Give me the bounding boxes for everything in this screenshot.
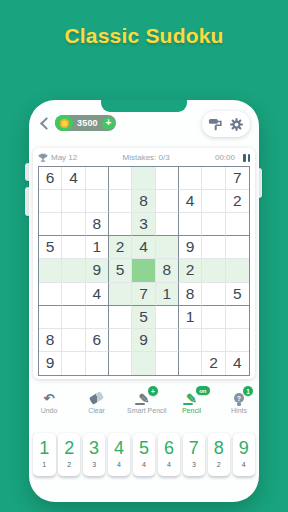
cell-r3c6[interactable] (156, 213, 179, 236)
cell-r1c8[interactable] (202, 167, 225, 190)
numpad-key-1[interactable]: 11 (33, 433, 56, 476)
cell-r1c4[interactable] (109, 167, 132, 190)
cell-r9c8[interactable]: 2 (202, 352, 225, 375)
cell-r6c7[interactable]: 8 (179, 283, 202, 306)
pencil-button[interactable]: on ✎ Pencil (175, 391, 209, 414)
cell-r9c6[interactable] (156, 352, 179, 375)
settings-button[interactable] (229, 116, 245, 132)
numpad-key-9[interactable]: 94 (233, 433, 256, 476)
cell-r4c8[interactable] (202, 236, 225, 259)
cell-r8c5[interactable]: 9 (132, 329, 155, 352)
hints-label: Hints (222, 407, 256, 414)
cell-r9c3[interactable] (86, 352, 109, 375)
cell-r3c9[interactable] (226, 213, 249, 236)
cell-r4c3[interactable]: 1 (86, 236, 109, 259)
numpad-digit: 1 (39, 437, 49, 460)
cell-r7c6[interactable] (156, 306, 179, 329)
cell-r5c5[interactable] (132, 259, 155, 282)
cell-r3c5[interactable]: 3 (132, 213, 155, 236)
back-chevron-icon (40, 117, 53, 130)
cell-r3c2[interactable] (62, 213, 85, 236)
numpad-digit: 8 (214, 437, 224, 460)
cell-r7c7[interactable]: 1 (179, 306, 202, 329)
cell-r3c8[interactable] (202, 213, 225, 236)
numpad-remaining-count: 2 (217, 461, 221, 468)
hints-button[interactable]: 1 ? Hints (222, 391, 256, 414)
cell-r2c8[interactable] (202, 190, 225, 213)
cell-r6c9[interactable]: 5 (226, 283, 249, 306)
cell-r6c8[interactable] (202, 283, 225, 306)
cell-r8c6[interactable] (156, 329, 179, 352)
numpad-key-7[interactable]: 73 (183, 433, 206, 476)
cell-r3c4[interactable] (109, 213, 132, 236)
sudoku-grid: 647842835124995824718551869924 (38, 166, 250, 376)
hints-count-badge: 1 (243, 386, 253, 396)
cell-r1c3[interactable] (86, 167, 109, 190)
cell-r2c6[interactable] (156, 190, 179, 213)
cell-r3c7[interactable] (179, 213, 202, 236)
cell-r1c2[interactable]: 4 (62, 167, 85, 190)
numpad-key-4[interactable]: 44 (108, 433, 131, 476)
timer-group: 00:00 (215, 153, 250, 162)
cell-r5c3[interactable]: 9 (86, 259, 109, 282)
cell-r2c3[interactable] (86, 190, 109, 213)
coin-icon (60, 119, 69, 128)
cell-r8c7[interactable] (179, 329, 202, 352)
numpad-key-6[interactable]: 64 (158, 433, 181, 476)
numpad-key-5[interactable]: 54 (133, 433, 156, 476)
numpad-digit: 6 (164, 437, 174, 460)
cell-r5c2[interactable] (62, 259, 85, 282)
timer: 00:00 (215, 153, 235, 162)
clear-button[interactable]: Clear (80, 391, 114, 414)
cell-r4c2[interactable] (62, 236, 85, 259)
numpad-remaining-count: 4 (167, 461, 171, 468)
undo-label: Undo (32, 407, 66, 414)
cell-r6c2[interactable] (62, 283, 85, 306)
cell-r4c6[interactable] (156, 236, 179, 259)
cell-r9c7[interactable] (179, 352, 202, 375)
cell-r9c9[interactable]: 4 (226, 352, 249, 375)
cell-r4c4[interactable]: 2 (109, 236, 132, 259)
cell-r2c5[interactable]: 8 (132, 190, 155, 213)
cell-r6c3[interactable]: 4 (86, 283, 109, 306)
paint-roller-icon (208, 117, 223, 132)
clear-label: Clear (80, 407, 114, 414)
cell-r8c4[interactable] (109, 329, 132, 352)
cell-r6c1[interactable] (39, 283, 62, 306)
numpad-key-8[interactable]: 82 (208, 433, 231, 476)
cell-r1c7[interactable] (179, 167, 202, 190)
cell-r8c1[interactable]: 8 (39, 329, 62, 352)
mistakes-counter: Mistakes: 0/3 (123, 153, 170, 162)
cell-r9c5[interactable] (132, 352, 155, 375)
pencil-on-badge: on (196, 386, 209, 395)
cell-r5c7[interactable]: 2 (179, 259, 202, 282)
smart-pencil-badge: + (148, 386, 158, 396)
themes-button[interactable] (207, 116, 223, 132)
cell-r6c5[interactable]: 7 (132, 283, 155, 306)
cell-r2c1[interactable] (39, 190, 62, 213)
numpad-remaining-count: 4 (142, 461, 146, 468)
cell-r7c5[interactable]: 5 (132, 306, 155, 329)
coin-balance: 3500 (73, 118, 102, 128)
cell-r6c6[interactable]: 1 (156, 283, 179, 306)
number-pad: 112233445464738294 (33, 433, 255, 476)
pause-icon (248, 154, 251, 162)
cell-r8c3[interactable]: 6 (86, 329, 109, 352)
cell-r8c9[interactable] (226, 329, 249, 352)
top-bar: 3500 + (29, 108, 259, 138)
daily-challenge: May 12 (38, 153, 77, 163)
page-title: Classic Sudoku (0, 24, 288, 48)
add-coins-button[interactable]: + (102, 117, 115, 130)
cell-r1c1[interactable]: 6 (39, 167, 62, 190)
smart-pencil-label: Smart Pencil (127, 407, 161, 414)
cell-r3c3[interactable]: 8 (86, 213, 109, 236)
status-bar: May 12 Mistakes: 0/3 00:00 (33, 148, 255, 166)
cell-r3c1[interactable] (39, 213, 62, 236)
cell-r1c6[interactable] (156, 167, 179, 190)
cell-r8c2[interactable] (62, 329, 85, 352)
cell-r1c9[interactable]: 7 (226, 167, 249, 190)
cell-r2c2[interactable] (62, 190, 85, 213)
cell-r5c1[interactable] (39, 259, 62, 282)
numpad-digit: 3 (89, 437, 99, 460)
numpad-remaining-count: 1 (42, 461, 46, 468)
numpad-digit: 4 (114, 437, 124, 460)
numpad-digit: 7 (189, 437, 199, 460)
game-panel: May 12 Mistakes: 0/3 00:00 6478428351249… (33, 148, 255, 379)
cell-r4c9[interactable] (226, 236, 249, 259)
cell-r9c1[interactable]: 9 (39, 352, 62, 375)
cell-r2c4[interactable] (109, 190, 132, 213)
numpad-remaining-count: 3 (92, 461, 96, 468)
pencil-label: Pencil (175, 407, 209, 414)
eraser-icon (80, 391, 114, 405)
back-button[interactable] (40, 117, 52, 129)
numpad-remaining-count: 4 (242, 461, 246, 468)
cell-r2c9[interactable]: 2 (226, 190, 249, 213)
cell-r7c1[interactable] (39, 306, 62, 329)
pause-icon (243, 154, 246, 162)
cell-r4c1[interactable]: 5 (39, 236, 62, 259)
cell-r4c5[interactable]: 4 (132, 236, 155, 259)
cell-r5c6[interactable]: 8 (156, 259, 179, 282)
cell-r6c4[interactable] (109, 283, 132, 306)
coins-pill[interactable]: 3500 + (55, 115, 116, 131)
cell-r8c8[interactable] (202, 329, 225, 352)
numpad-digit: 2 (64, 437, 74, 460)
gear-icon (229, 117, 244, 132)
numpad-digit: 5 (139, 437, 149, 460)
daily-challenge-date: May 12 (51, 153, 77, 162)
cell-r7c8[interactable] (202, 306, 225, 329)
pause-button[interactable] (241, 154, 250, 162)
numpad-key-3[interactable]: 33 (83, 433, 106, 476)
cell-r2c7[interactable]: 4 (179, 190, 202, 213)
cell-r9c4[interactable] (109, 352, 132, 375)
cell-r1c5[interactable] (132, 167, 155, 190)
trophy-icon (38, 153, 48, 163)
numpad-digit: 9 (239, 437, 249, 460)
toolbar: ↶ Undo Clear + ✎ Smart Pencil on ✎ Penci… (32, 391, 256, 414)
cell-r7c2[interactable] (62, 306, 85, 329)
cell-r9c2[interactable] (62, 352, 85, 375)
cell-r5c8[interactable] (202, 259, 225, 282)
app-background: Classic Sudoku 3500 + (0, 0, 288, 512)
numpad-remaining-count: 4 (117, 461, 121, 468)
top-right-buttons (202, 111, 250, 137)
cell-r5c4[interactable]: 5 (109, 259, 132, 282)
numpad-key-2[interactable]: 22 (58, 433, 81, 476)
phone-frame: 3500 + (29, 100, 259, 502)
numpad-remaining-count: 2 (67, 461, 71, 468)
cell-r4c7[interactable]: 9 (179, 236, 202, 259)
undo-button[interactable]: ↶ Undo (32, 391, 66, 414)
undo-icon: ↶ (32, 391, 66, 405)
smart-pencil-button[interactable]: + ✎ Smart Pencil (127, 391, 161, 414)
cell-r5c9[interactable] (226, 259, 249, 282)
cell-r7c4[interactable] (109, 306, 132, 329)
coin-chip (55, 115, 73, 131)
numpad-remaining-count: 3 (192, 461, 196, 468)
cell-r7c3[interactable] (86, 306, 109, 329)
cell-r7c9[interactable] (226, 306, 249, 329)
